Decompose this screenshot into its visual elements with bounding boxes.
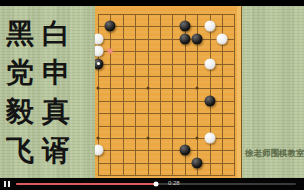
player-label-char: 飞: [5, 137, 35, 165]
grid-line: [98, 150, 235, 151]
white-stone: [95, 33, 104, 44]
player-label-char: 白: [41, 20, 71, 48]
time-display: 0:28: [168, 180, 180, 186]
player-label-char: 黑: [5, 20, 35, 48]
white-stone: [217, 33, 228, 44]
grid-line: [98, 88, 235, 89]
pause-icon[interactable]: [4, 181, 11, 187]
black-stone: [192, 33, 203, 44]
white-player-label: 白申真谞: [41, 20, 71, 165]
black-stone: [105, 21, 116, 32]
white-stone: [95, 46, 104, 57]
grid-line: [98, 113, 235, 114]
grid-line: [98, 51, 235, 52]
progress-fill: [16, 183, 156, 185]
player-control-bar: 0:28: [0, 178, 304, 190]
star-point: [97, 137, 100, 140]
star-point: [146, 87, 149, 90]
player-label-char: 毅: [5, 98, 35, 126]
star-point: [196, 87, 199, 90]
star-point: [196, 137, 199, 140]
last-move-marker: [97, 62, 100, 65]
player-label-char: 谞: [41, 137, 71, 165]
star-point: [97, 87, 100, 90]
black-stone: [192, 157, 203, 168]
player-label-char: 党: [5, 59, 35, 87]
white-stone: [204, 58, 215, 69]
white-stone: [204, 21, 215, 32]
tatami-background: 黑党毅飞 白申真谞 徐老师围棋教室: [0, 6, 304, 178]
grid-line: [98, 39, 235, 40]
hint-marker: [108, 49, 113, 54]
black-stone: [204, 95, 215, 106]
go-board[interactable]: [95, 6, 242, 178]
player-label-char: 真: [41, 98, 71, 126]
video-frame: 黑党毅飞 白申真谞 徐老师围棋教室 0:28: [0, 0, 304, 190]
black-stone: [179, 33, 190, 44]
black-stone: [95, 58, 104, 69]
white-stone: [204, 133, 215, 144]
black-stone: [179, 145, 190, 156]
star-point: [146, 137, 149, 140]
channel-watermark: 徐老师围棋教室: [245, 148, 304, 160]
black-player-label: 黑党毅飞: [5, 20, 35, 165]
grid-line: [98, 163, 235, 164]
grid-line: [98, 126, 235, 127]
grid-line: [98, 175, 235, 176]
grid-line: [98, 76, 235, 77]
progress-bar[interactable]: [16, 183, 296, 185]
black-stone: [179, 21, 190, 32]
white-stone: [95, 145, 104, 156]
progress-knob[interactable]: [154, 182, 159, 187]
player-label-char: 申: [41, 59, 71, 87]
grid-line: [98, 14, 235, 15]
